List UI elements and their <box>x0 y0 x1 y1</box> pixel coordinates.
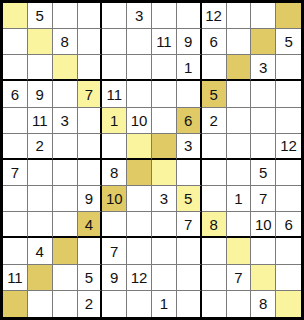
cell-r5c11[interactable] <box>251 108 276 134</box>
cell-r3c8[interactable]: 1 <box>177 55 202 81</box>
cell-r4c7[interactable] <box>152 81 177 107</box>
cell-r8c1[interactable] <box>3 186 28 212</box>
cell-r9c7[interactable] <box>152 212 177 238</box>
cell-r5c5[interactable]: 1 <box>102 108 127 134</box>
cell-r11c5[interactable]: 9 <box>102 265 127 291</box>
cell-r11c3[interactable] <box>53 265 78 291</box>
cell-r6c7[interactable] <box>152 134 177 160</box>
cell-r2c4[interactable] <box>78 29 103 55</box>
cell-r12c1[interactable] <box>3 291 28 317</box>
cell-r9c11[interactable]: 10 <box>251 212 276 238</box>
cell-r11c11[interactable] <box>251 265 276 291</box>
cell-r4c4[interactable]: 7 <box>78 81 103 107</box>
cell-r3c12[interactable] <box>276 55 301 81</box>
cell-r7c4[interactable] <box>78 160 103 186</box>
cell-r3c2[interactable] <box>28 55 53 81</box>
cell-r12c7[interactable]: 1 <box>152 291 177 317</box>
cell-r5c12[interactable] <box>276 108 301 134</box>
cell-r6c5[interactable] <box>102 134 127 160</box>
cell-r10c2[interactable]: 4 <box>28 238 53 264</box>
cell-r5c8[interactable]: 6 <box>177 108 202 134</box>
cell-r4c10[interactable] <box>227 81 252 107</box>
cell-r5c10[interactable] <box>227 108 252 134</box>
cell-r7c5[interactable]: 8 <box>102 160 127 186</box>
cell-r2c8[interactable]: 9 <box>177 29 202 55</box>
cell-r7c1[interactable]: 7 <box>3 160 28 186</box>
cell-r5c2[interactable]: 11 <box>28 108 53 134</box>
cell-r10c1[interactable] <box>3 238 28 264</box>
cell-r4c12[interactable] <box>276 81 301 107</box>
cell-r12c5[interactable] <box>102 291 127 317</box>
cell-r10c3[interactable] <box>53 238 78 264</box>
cell-r6c10[interactable] <box>227 134 252 160</box>
cell-r6c4[interactable] <box>78 134 103 160</box>
cell-r6c3[interactable] <box>53 134 78 160</box>
sudoku-board: 5312811965136971151131106223127859103517… <box>0 0 304 320</box>
cell-r1c8[interactable] <box>177 3 202 29</box>
cell-r2c11[interactable] <box>251 29 276 55</box>
cell-r7c3[interactable] <box>53 160 78 186</box>
cell-r2c6[interactable] <box>127 29 152 55</box>
cell-r6c11[interactable] <box>251 134 276 160</box>
cell-r10c4[interactable] <box>78 238 103 264</box>
cell-r1c1[interactable] <box>3 3 28 29</box>
cell-r12c2[interactable] <box>28 291 53 317</box>
cell-r1c12[interactable] <box>276 3 301 29</box>
cell-r9c2[interactable] <box>28 212 53 238</box>
cell-r3c5[interactable] <box>102 55 127 81</box>
cell-r3c10[interactable] <box>227 55 252 81</box>
cell-r2c5[interactable] <box>102 29 127 55</box>
cell-r8c4[interactable]: 9 <box>78 186 103 212</box>
cell-r4c2[interactable]: 9 <box>28 81 53 107</box>
cell-r12c6[interactable] <box>127 291 152 317</box>
cell-r2c2[interactable] <box>28 29 53 55</box>
cell-r3c11[interactable]: 3 <box>251 55 276 81</box>
cell-r1c9[interactable]: 12 <box>202 3 227 29</box>
cell-r4c11[interactable] <box>251 81 276 107</box>
cell-r8c3[interactable] <box>53 186 78 212</box>
cell-r12c10[interactable] <box>227 291 252 317</box>
cell-r9c5[interactable] <box>102 212 127 238</box>
cell-r1c11[interactable] <box>251 3 276 29</box>
cell-r2c1[interactable] <box>3 29 28 55</box>
cell-r11c6[interactable]: 12 <box>127 265 152 291</box>
cell-r2c10[interactable] <box>227 29 252 55</box>
cell-r12c9[interactable] <box>202 291 227 317</box>
cell-r1c7[interactable] <box>152 3 177 29</box>
cell-r10c6[interactable] <box>127 238 152 264</box>
cell-r8c6[interactable] <box>127 186 152 212</box>
cell-r5c3[interactable]: 3 <box>53 108 78 134</box>
cell-r7c11[interactable]: 5 <box>251 160 276 186</box>
cell-r8c7[interactable]: 3 <box>152 186 177 212</box>
cell-r2c12[interactable]: 5 <box>276 29 301 55</box>
cell-r8c10[interactable]: 1 <box>227 186 252 212</box>
cell-r3c4[interactable] <box>78 55 103 81</box>
cell-r6c8[interactable]: 3 <box>177 134 202 160</box>
cell-r9c1[interactable] <box>3 212 28 238</box>
cell-r8c2[interactable] <box>28 186 53 212</box>
cell-r7c12[interactable] <box>276 160 301 186</box>
cell-r6c2[interactable]: 2 <box>28 134 53 160</box>
cell-r11c9[interactable] <box>202 265 227 291</box>
cell-r9c10[interactable] <box>227 212 252 238</box>
cell-r8c11[interactable]: 7 <box>251 186 276 212</box>
cell-r10c9[interactable] <box>202 238 227 264</box>
cell-r7c10[interactable] <box>227 160 252 186</box>
cell-r12c8[interactable] <box>177 291 202 317</box>
cell-r11c12[interactable] <box>276 265 301 291</box>
cell-r2c7[interactable]: 11 <box>152 29 177 55</box>
cell-r2c3[interactable]: 8 <box>53 29 78 55</box>
cell-r1c2[interactable]: 5 <box>28 3 53 29</box>
cell-r7c9[interactable] <box>202 160 227 186</box>
cell-r3c6[interactable] <box>127 55 152 81</box>
cell-r12c11[interactable]: 8 <box>251 291 276 317</box>
cell-r9c4[interactable]: 4 <box>78 212 103 238</box>
cell-r5c7[interactable] <box>152 108 177 134</box>
cell-r6c12[interactable]: 12 <box>276 134 301 160</box>
cell-r5c1[interactable] <box>3 108 28 134</box>
cell-r10c7[interactable] <box>152 238 177 264</box>
cell-r1c5[interactable] <box>102 3 127 29</box>
cell-r3c9[interactable] <box>202 55 227 81</box>
cell-r1c4[interactable] <box>78 3 103 29</box>
cell-r7c7[interactable] <box>152 160 177 186</box>
cell-r1c10[interactable] <box>227 3 252 29</box>
cell-r8c5[interactable]: 10 <box>102 186 127 212</box>
cell-r11c7[interactable] <box>152 265 177 291</box>
cell-r12c3[interactable] <box>53 291 78 317</box>
cell-r12c4[interactable]: 2 <box>78 291 103 317</box>
cell-r5c4[interactable] <box>78 108 103 134</box>
cell-r6c1[interactable] <box>3 134 28 160</box>
cell-r11c4[interactable]: 5 <box>78 265 103 291</box>
cell-r10c8[interactable] <box>177 238 202 264</box>
cell-r8c9[interactable] <box>202 186 227 212</box>
cell-r9c3[interactable] <box>53 212 78 238</box>
cell-r3c3[interactable] <box>53 55 78 81</box>
cell-r5c6[interactable]: 10 <box>127 108 152 134</box>
cell-r10c12[interactable] <box>276 238 301 264</box>
cell-r4c5[interactable]: 11 <box>102 81 127 107</box>
cell-r11c10[interactable]: 7 <box>227 265 252 291</box>
cell-r11c2[interactable] <box>28 265 53 291</box>
cell-r6c6[interactable] <box>127 134 152 160</box>
cell-r11c1[interactable]: 11 <box>3 265 28 291</box>
cell-r9c9[interactable]: 8 <box>202 212 227 238</box>
cell-r9c6[interactable] <box>127 212 152 238</box>
cell-r1c3[interactable] <box>53 3 78 29</box>
cell-r1c6[interactable]: 3 <box>127 3 152 29</box>
cell-r11c8[interactable] <box>177 265 202 291</box>
cell-r9c8[interactable]: 7 <box>177 212 202 238</box>
cell-r4c9[interactable]: 5 <box>202 81 227 107</box>
cell-r10c11[interactable] <box>251 238 276 264</box>
cell-r3c7[interactable] <box>152 55 177 81</box>
cell-r7c2[interactable] <box>28 160 53 186</box>
cell-r12c12[interactable] <box>276 291 301 317</box>
cell-r6c9[interactable] <box>202 134 227 160</box>
cell-r3c1[interactable] <box>3 55 28 81</box>
cell-r9c12[interactable]: 6 <box>276 212 301 238</box>
cell-r4c1[interactable]: 6 <box>3 81 28 107</box>
cell-r8c12[interactable] <box>276 186 301 212</box>
cell-r10c5[interactable]: 7 <box>102 238 127 264</box>
cell-r7c8[interactable] <box>177 160 202 186</box>
cell-r7c6[interactable] <box>127 160 152 186</box>
cell-r8c8[interactable]: 5 <box>177 186 202 212</box>
cell-r4c8[interactable] <box>177 81 202 107</box>
cell-r4c6[interactable] <box>127 81 152 107</box>
cell-r10c10[interactable] <box>227 238 252 264</box>
cell-r4c3[interactable] <box>53 81 78 107</box>
cell-r2c9[interactable]: 6 <box>202 29 227 55</box>
cell-r5c9[interactable]: 2 <box>202 108 227 134</box>
